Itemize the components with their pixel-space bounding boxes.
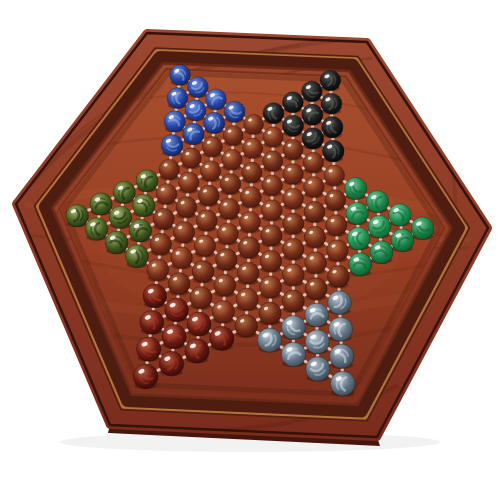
marble-blue[interactable] xyxy=(170,65,191,86)
marble-dark-green[interactable] xyxy=(133,194,155,216)
marble-malachite-green[interactable] xyxy=(368,215,391,238)
marble-dark-red[interactable] xyxy=(165,298,189,322)
marble-wooden-brown[interactable] xyxy=(150,233,171,254)
marble-wooden-brown[interactable] xyxy=(327,265,349,287)
marble-blue[interactable] xyxy=(224,101,245,122)
marble-wooden-brown[interactable] xyxy=(173,222,194,243)
marble-wooden-brown[interactable] xyxy=(238,237,260,259)
marble-dark-red[interactable] xyxy=(133,364,158,389)
marble-slate-gray[interactable] xyxy=(305,330,329,354)
marble-blue[interactable] xyxy=(164,111,185,132)
marble-wooden-brown[interactable] xyxy=(259,302,281,324)
marble-wooden-brown[interactable] xyxy=(171,247,193,269)
marble-dark-green[interactable] xyxy=(105,231,128,254)
marble-black[interactable] xyxy=(282,92,303,113)
marble-wooden-brown[interactable] xyxy=(261,200,282,221)
marble-malachite-green[interactable] xyxy=(411,217,434,240)
marble-black[interactable] xyxy=(302,128,323,149)
marble-black[interactable] xyxy=(263,103,284,124)
marble-wooden-brown[interactable] xyxy=(263,127,283,147)
marble-malachite-green[interactable] xyxy=(345,177,367,199)
marble-wooden-brown[interactable] xyxy=(147,259,169,281)
marble-wooden-brown[interactable] xyxy=(178,172,199,193)
marble-blue[interactable] xyxy=(167,88,188,109)
marble-wooden-brown[interactable] xyxy=(196,210,217,231)
product-photo xyxy=(0,0,500,500)
marble-slate-gray[interactable] xyxy=(305,303,329,327)
marble-slate-gray[interactable] xyxy=(330,371,355,396)
marble-wooden-brown[interactable] xyxy=(244,114,264,134)
marble-dark-green[interactable] xyxy=(113,181,135,203)
marble-wooden-brown[interactable] xyxy=(326,215,347,236)
marble-malachite-green[interactable] xyxy=(370,241,393,264)
marble-wooden-brown[interactable] xyxy=(324,165,345,186)
marble-wooden-brown[interactable] xyxy=(192,261,214,283)
marble-wooden-brown[interactable] xyxy=(283,213,304,234)
marble-wooden-brown[interactable] xyxy=(304,201,325,222)
marble-slate-gray[interactable] xyxy=(306,357,331,382)
marble-black[interactable] xyxy=(302,104,323,125)
marble-wooden-brown[interactable] xyxy=(282,264,304,286)
marble-wooden-brown[interactable] xyxy=(325,190,346,211)
marble-dark-green[interactable] xyxy=(109,206,132,229)
marble-wooden-brown[interactable] xyxy=(242,162,263,183)
marble-malachite-green[interactable] xyxy=(346,202,368,224)
marble-wooden-brown[interactable] xyxy=(153,208,174,229)
marble-wooden-brown[interactable] xyxy=(260,250,282,272)
marble-blue[interactable] xyxy=(204,112,225,133)
marble-wooden-brown[interactable] xyxy=(305,252,327,274)
marble-malachite-green[interactable] xyxy=(347,227,370,250)
marble-wooden-brown[interactable] xyxy=(239,211,260,232)
marble-wooden-brown[interactable] xyxy=(217,223,238,244)
marble-black[interactable] xyxy=(322,117,343,138)
marble-wooden-brown[interactable] xyxy=(168,273,190,295)
marble-black[interactable] xyxy=(282,115,303,136)
marble-wooden-brown[interactable] xyxy=(159,159,180,180)
marble-wooden-brown[interactable] xyxy=(259,276,281,298)
marble-wooden-brown[interactable] xyxy=(198,185,219,206)
marble-blue[interactable] xyxy=(161,134,183,156)
marble-wooden-brown[interactable] xyxy=(181,148,201,168)
marble-wooden-brown[interactable] xyxy=(240,187,261,208)
marble-wooden-brown[interactable] xyxy=(243,138,263,158)
marble-wooden-brown[interactable] xyxy=(304,226,325,247)
marble-malachite-green[interactable] xyxy=(391,229,414,252)
marble-dark-red[interactable] xyxy=(210,326,234,350)
marble-wooden-brown[interactable] xyxy=(282,290,304,312)
marble-dark-red[interactable] xyxy=(187,312,211,336)
marble-dark-green[interactable] xyxy=(125,245,148,268)
marble-wooden-brown[interactable] xyxy=(283,188,304,209)
marble-wooden-brown[interactable] xyxy=(190,287,212,309)
marble-wooden-brown[interactable] xyxy=(304,177,325,198)
marble-wooden-brown[interactable] xyxy=(305,278,327,300)
marble-black[interactable] xyxy=(322,140,344,162)
marble-wooden-brown[interactable] xyxy=(215,249,237,271)
marble-dark-green[interactable] xyxy=(90,193,112,215)
marble-wooden-brown[interactable] xyxy=(327,240,349,262)
marble-dark-green[interactable] xyxy=(129,219,152,242)
marble-wooden-brown[interactable] xyxy=(212,300,234,322)
marble-wooden-brown[interactable] xyxy=(235,315,258,338)
marble-wooden-brown[interactable] xyxy=(236,288,258,310)
marble-black[interactable] xyxy=(321,93,342,114)
marble-dark-green[interactable] xyxy=(85,218,108,241)
marble-wooden-brown[interactable] xyxy=(200,161,221,182)
marble-wooden-brown[interactable] xyxy=(262,175,283,196)
marble-slate-gray[interactable] xyxy=(328,291,352,315)
marble-wooden-brown[interactable] xyxy=(214,274,236,296)
marble-wooden-brown[interactable] xyxy=(223,125,243,145)
marble-wooden-brown[interactable] xyxy=(283,139,303,159)
marble-slate-gray[interactable] xyxy=(329,344,353,368)
marble-blue[interactable] xyxy=(183,123,204,144)
marble-wooden-brown[interactable] xyxy=(237,262,259,284)
marble-wooden-brown[interactable] xyxy=(176,197,197,218)
marble-black[interactable] xyxy=(320,70,341,91)
marble-slate-gray[interactable] xyxy=(329,317,353,341)
marble-black[interactable] xyxy=(301,81,322,102)
marble-wooden-brown[interactable] xyxy=(283,164,304,185)
marble-blue[interactable] xyxy=(185,100,206,121)
marble-wooden-brown[interactable] xyxy=(194,235,215,256)
marble-dark-red[interactable] xyxy=(162,325,186,349)
chinese-checkers-board xyxy=(0,0,500,500)
marble-blue[interactable] xyxy=(206,89,227,110)
marble-wooden-brown[interactable] xyxy=(303,152,323,172)
marble-dark-red[interactable] xyxy=(159,351,184,376)
marble-dark-green[interactable] xyxy=(66,204,89,227)
marble-dark-red[interactable] xyxy=(143,284,167,308)
marble-wooden-brown[interactable] xyxy=(262,151,282,171)
marble-slate-gray[interactable] xyxy=(281,315,305,339)
marble-wooden-brown[interactable] xyxy=(222,149,242,169)
marble-dark-red[interactable] xyxy=(137,337,161,361)
marble-wooden-brown[interactable] xyxy=(156,183,177,204)
marble-malachite-green[interactable] xyxy=(389,204,412,227)
marble-wooden-brown[interactable] xyxy=(261,225,282,246)
marble-dark-red[interactable] xyxy=(140,310,164,334)
marble-wooden-brown[interactable] xyxy=(219,198,240,219)
marble-dark-red[interactable] xyxy=(185,339,209,363)
marble-malachite-green[interactable] xyxy=(366,191,388,213)
marble-blue[interactable] xyxy=(188,77,209,98)
marble-slate-gray[interactable] xyxy=(257,328,281,352)
marble-slate-gray[interactable] xyxy=(281,342,305,366)
marble-wooden-brown[interactable] xyxy=(282,238,304,260)
marble-malachite-green[interactable] xyxy=(349,253,372,276)
marble-dark-green[interactable] xyxy=(136,170,158,192)
marble-wooden-brown[interactable] xyxy=(202,137,222,157)
marble-wooden-brown[interactable] xyxy=(220,174,241,195)
